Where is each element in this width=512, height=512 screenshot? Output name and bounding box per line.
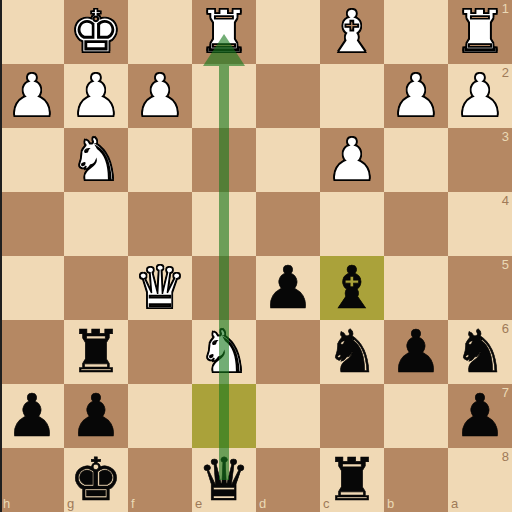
rank-label-4: 4 — [502, 194, 509, 207]
square-g4[interactable] — [64, 192, 128, 256]
square-e1[interactable]: ♜ — [192, 0, 256, 64]
square-g3[interactable]: ♞ — [64, 128, 128, 192]
square-d4[interactable] — [256, 192, 320, 256]
file-label-d: d — [259, 497, 266, 510]
rank-label-1: 1 — [502, 2, 509, 15]
square-d5[interactable]: ♟ — [256, 256, 320, 320]
square-b7[interactable] — [384, 384, 448, 448]
white-pawn-c3[interactable]: ♟ — [326, 130, 379, 189]
white-knight-g3[interactable]: ♞ — [70, 130, 123, 189]
file-label-b: b — [387, 497, 394, 510]
square-c2[interactable] — [320, 64, 384, 128]
white-knight-e6[interactable]: ♞ — [198, 322, 251, 381]
black-king-g8[interactable]: ♚ — [70, 450, 123, 509]
square-h6[interactable] — [0, 320, 64, 384]
black-pawn-a7[interactable]: ♟ — [454, 386, 507, 445]
square-a3[interactable]: 3 — [448, 128, 512, 192]
square-g1[interactable]: ♚ — [64, 0, 128, 64]
file-label-e: e — [195, 497, 202, 510]
square-e7[interactable] — [192, 384, 256, 448]
rank-label-2: 2 — [502, 66, 509, 79]
square-f1[interactable] — [128, 0, 192, 64]
square-e6[interactable]: ♞ — [192, 320, 256, 384]
square-g2[interactable]: ♟ — [64, 64, 128, 128]
square-e8[interactable]: ♛e — [192, 448, 256, 512]
square-d6[interactable] — [256, 320, 320, 384]
square-c1[interactable]: ♝ — [320, 0, 384, 64]
white-pawn-g2[interactable]: ♟ — [70, 66, 123, 125]
square-d3[interactable] — [256, 128, 320, 192]
square-f2[interactable]: ♟ — [128, 64, 192, 128]
square-e2[interactable] — [192, 64, 256, 128]
white-bishop-c1[interactable]: ♝ — [326, 2, 379, 61]
black-pawn-b6[interactable]: ♟ — [390, 322, 443, 381]
square-a7[interactable]: ♟7 — [448, 384, 512, 448]
square-h8[interactable]: h — [0, 448, 64, 512]
square-b3[interactable] — [384, 128, 448, 192]
square-h3[interactable] — [0, 128, 64, 192]
white-pawn-h2[interactable]: ♟ — [6, 66, 59, 125]
white-king-g1[interactable]: ♚ — [70, 2, 123, 61]
rank-label-6: 6 — [502, 322, 509, 335]
square-h5[interactable] — [0, 256, 64, 320]
square-h7[interactable]: ♟ — [0, 384, 64, 448]
white-pawn-f2[interactable]: ♟ — [134, 66, 187, 125]
square-a6[interactable]: ♞6 — [448, 320, 512, 384]
square-c3[interactable]: ♟ — [320, 128, 384, 192]
square-b2[interactable]: ♟ — [384, 64, 448, 128]
square-f6[interactable] — [128, 320, 192, 384]
white-rook-e1[interactable]: ♜ — [198, 2, 251, 61]
square-g8[interactable]: ♚g — [64, 448, 128, 512]
black-pawn-g7[interactable]: ♟ — [70, 386, 123, 445]
square-a2[interactable]: ♟2 — [448, 64, 512, 128]
window-edge-line — [0, 0, 2, 512]
square-b4[interactable] — [384, 192, 448, 256]
rank-label-8: 8 — [502, 450, 509, 463]
black-rook-c8[interactable]: ♜ — [326, 450, 379, 509]
square-a5[interactable]: 5 — [448, 256, 512, 320]
black-bishop-c5[interactable]: ♝ — [326, 258, 379, 317]
square-g6[interactable]: ♜ — [64, 320, 128, 384]
white-pawn-b2[interactable]: ♟ — [390, 66, 443, 125]
square-c6[interactable]: ♞ — [320, 320, 384, 384]
chess-board: ♚♜♝♜1♟♟♟♟♟2♞♟34♛♟♝5♜♞♞♟♞6♟♟♟7h♚gf♛ed♜cba… — [0, 0, 512, 512]
square-c5[interactable]: ♝ — [320, 256, 384, 320]
black-rook-g6[interactable]: ♜ — [70, 322, 123, 381]
black-knight-c6[interactable]: ♞ — [326, 322, 379, 381]
square-c7[interactable] — [320, 384, 384, 448]
square-h1[interactable] — [0, 0, 64, 64]
square-b5[interactable] — [384, 256, 448, 320]
square-b1[interactable] — [384, 0, 448, 64]
square-g5[interactable] — [64, 256, 128, 320]
square-a4[interactable]: 4 — [448, 192, 512, 256]
square-h4[interactable] — [0, 192, 64, 256]
square-c4[interactable] — [320, 192, 384, 256]
square-g7[interactable]: ♟ — [64, 384, 128, 448]
square-d2[interactable] — [256, 64, 320, 128]
file-label-g: g — [67, 497, 74, 510]
file-label-a: a — [451, 497, 458, 510]
white-pawn-a2[interactable]: ♟ — [454, 66, 507, 125]
chess-board-stage: ♚♜♝♜1♟♟♟♟♟2♞♟34♛♟♝5♜♞♞♟♞6♟♟♟7h♚gf♛ed♜cba… — [0, 0, 512, 512]
square-h2[interactable]: ♟ — [0, 64, 64, 128]
black-queen-e8[interactable]: ♛ — [198, 450, 251, 509]
square-b6[interactable]: ♟ — [384, 320, 448, 384]
square-b8[interactable]: b — [384, 448, 448, 512]
file-label-f: f — [131, 497, 135, 510]
file-label-h: h — [3, 497, 10, 510]
black-knight-a6[interactable]: ♞ — [454, 322, 507, 381]
file-label-c: c — [323, 497, 330, 510]
square-e4[interactable] — [192, 192, 256, 256]
white-rook-a1[interactable]: ♜ — [454, 2, 507, 61]
square-f3[interactable] — [128, 128, 192, 192]
square-d1[interactable] — [256, 0, 320, 64]
square-e5[interactable] — [192, 256, 256, 320]
black-pawn-h7[interactable]: ♟ — [6, 386, 59, 445]
square-a8[interactable]: a8 — [448, 448, 512, 512]
square-f5[interactable]: ♛ — [128, 256, 192, 320]
square-f8[interactable]: f — [128, 448, 192, 512]
black-pawn-d5[interactable]: ♟ — [262, 258, 315, 317]
square-a1[interactable]: ♜1 — [448, 0, 512, 64]
rank-label-5: 5 — [502, 258, 509, 271]
square-f4[interactable] — [128, 192, 192, 256]
square-f7[interactable] — [128, 384, 192, 448]
square-d7[interactable] — [256, 384, 320, 448]
square-e3[interactable] — [192, 128, 256, 192]
white-queen-f5[interactable]: ♛ — [134, 258, 187, 317]
square-d8[interactable]: d — [256, 448, 320, 512]
rank-label-3: 3 — [502, 130, 509, 143]
square-c8[interactable]: ♜c — [320, 448, 384, 512]
rank-label-7: 7 — [502, 386, 509, 399]
